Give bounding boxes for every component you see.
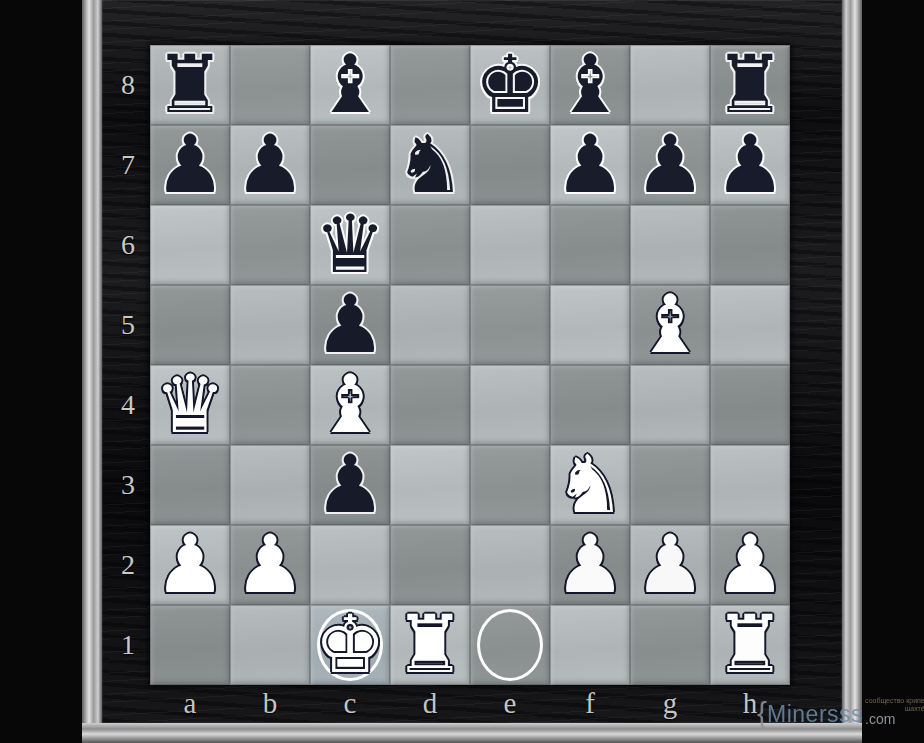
- white-bishop[interactable]: ♝: [630, 285, 710, 365]
- square-e8[interactable]: ♚: [470, 45, 550, 125]
- file-label-e: e: [470, 684, 550, 722]
- white-pawn[interactable]: ♟: [230, 525, 310, 605]
- file-label-a: a: [150, 684, 230, 722]
- black-pawn[interactable]: ♟: [230, 125, 310, 205]
- white-queen[interactable]: ♛: [150, 365, 230, 445]
- square-f3[interactable]: ♞: [550, 445, 630, 525]
- square-b5[interactable]: [230, 285, 310, 365]
- square-h7[interactable]: ♟: [710, 125, 790, 205]
- black-rook[interactable]: ♜: [710, 45, 790, 125]
- square-b1[interactable]: [230, 605, 310, 685]
- square-c5[interactable]: ♟: [310, 285, 390, 365]
- square-a5[interactable]: [150, 285, 230, 365]
- white-pawn[interactable]: ♟: [630, 525, 710, 605]
- watermark-site-tld: .com: [865, 713, 895, 726]
- square-e7[interactable]: [470, 125, 550, 205]
- white-bishop[interactable]: ♝: [310, 365, 390, 445]
- rank-label-7: 7: [110, 125, 146, 205]
- square-e2[interactable]: [470, 525, 550, 605]
- black-pawn[interactable]: ♟: [310, 285, 390, 365]
- square-d2[interactable]: [390, 525, 470, 605]
- square-c6[interactable]: ♛: [310, 205, 390, 285]
- rank-label-8: 8: [110, 45, 146, 125]
- square-f6[interactable]: [550, 205, 630, 285]
- square-g5[interactable]: ♝: [630, 285, 710, 365]
- square-c3[interactable]: ♟: [310, 445, 390, 525]
- black-pawn[interactable]: ♟: [550, 125, 630, 205]
- square-f4[interactable]: [550, 365, 630, 445]
- rank-label-3: 3: [110, 445, 146, 525]
- square-b2[interactable]: ♟: [230, 525, 310, 605]
- file-label-f: f: [550, 684, 630, 722]
- square-g1[interactable]: [630, 605, 710, 685]
- rank-label-6: 6: [110, 205, 146, 285]
- square-f2[interactable]: ♟: [550, 525, 630, 605]
- file-labels: abcdefgh: [150, 684, 790, 722]
- black-rook[interactable]: ♜: [150, 45, 230, 125]
- rank-labels: 87654321: [110, 45, 146, 685]
- chess-board[interactable]: ♜♝♚♝♜♟♟♞♟♟♟♛♟♝♛♝♟♞♟♟♟♟♟♚♜♜: [150, 45, 790, 685]
- black-bishop[interactable]: ♝: [550, 45, 630, 125]
- square-g7[interactable]: ♟: [630, 125, 710, 205]
- square-g3[interactable]: [630, 445, 710, 525]
- square-e6[interactable]: [470, 205, 550, 285]
- square-e4[interactable]: [470, 365, 550, 445]
- white-rook[interactable]: ♜: [390, 605, 470, 685]
- square-c2[interactable]: [310, 525, 390, 605]
- square-b3[interactable]: [230, 445, 310, 525]
- white-pawn[interactable]: ♟: [710, 525, 790, 605]
- square-f7[interactable]: ♟: [550, 125, 630, 205]
- square-f8[interactable]: ♝: [550, 45, 630, 125]
- black-pawn[interactable]: ♟: [310, 445, 390, 525]
- rank-label-5: 5: [110, 285, 146, 365]
- white-pawn[interactable]: ♟: [550, 525, 630, 605]
- square-h1[interactable]: ♜: [710, 605, 790, 685]
- square-c7[interactable]: [310, 125, 390, 205]
- black-bishop[interactable]: ♝: [310, 45, 390, 125]
- rank-label-1: 1: [110, 605, 146, 685]
- frame-metal-left-edge: [82, 0, 102, 743]
- square-a2[interactable]: ♟: [150, 525, 230, 605]
- black-pawn[interactable]: ♟: [710, 125, 790, 205]
- watermark-tagline-2: шахтёров: [905, 705, 924, 713]
- square-h4[interactable]: [710, 365, 790, 445]
- frame-metal-right-edge: [842, 0, 862, 743]
- black-pawn[interactable]: ♟: [150, 125, 230, 205]
- square-f1[interactable]: [550, 605, 630, 685]
- square-a6[interactable]: [150, 205, 230, 285]
- black-queen[interactable]: ♛: [310, 205, 390, 285]
- square-h8[interactable]: ♜: [710, 45, 790, 125]
- square-b7[interactable]: ♟: [230, 125, 310, 205]
- square-h5[interactable]: [710, 285, 790, 365]
- square-e3[interactable]: [470, 445, 550, 525]
- square-d1[interactable]: ♜: [390, 605, 470, 685]
- white-rook[interactable]: ♜: [710, 605, 790, 685]
- square-d4[interactable]: [390, 365, 470, 445]
- rank-label-4: 4: [110, 365, 146, 445]
- square-h6[interactable]: [710, 205, 790, 285]
- square-d3[interactable]: [390, 445, 470, 525]
- rank-label-2: 2: [110, 525, 146, 605]
- square-g6[interactable]: [630, 205, 710, 285]
- white-pawn[interactable]: ♟: [150, 525, 230, 605]
- file-label-g: g: [630, 684, 710, 722]
- square-e1[interactable]: [470, 605, 550, 685]
- watermark-brace-open: {: [757, 699, 767, 726]
- square-a7[interactable]: ♟: [150, 125, 230, 205]
- square-d7[interactable]: ♞: [390, 125, 470, 205]
- square-h3[interactable]: [710, 445, 790, 525]
- white-knight[interactable]: ♞: [550, 445, 630, 525]
- square-g2[interactable]: ♟: [630, 525, 710, 605]
- square-g8[interactable]: [630, 45, 710, 125]
- last-move-circle-e1: [477, 609, 543, 681]
- black-king[interactable]: ♚: [470, 45, 550, 125]
- square-d6[interactable]: [390, 205, 470, 285]
- square-f5[interactable]: [550, 285, 630, 365]
- square-b4[interactable]: [230, 365, 310, 445]
- white-king[interactable]: ♚: [310, 605, 390, 685]
- watermark-site-name: Minersss: [767, 704, 863, 726]
- square-c8[interactable]: ♝: [310, 45, 390, 125]
- square-a4[interactable]: ♛: [150, 365, 230, 445]
- square-h2[interactable]: ♟: [710, 525, 790, 605]
- square-d5[interactable]: [390, 285, 470, 365]
- square-b8[interactable]: [230, 45, 310, 125]
- square-a3[interactable]: [150, 445, 230, 525]
- square-e5[interactable]: [470, 285, 550, 365]
- frame-metal-bottom-edge: [82, 723, 862, 743]
- black-pawn[interactable]: ♟: [630, 125, 710, 205]
- square-a8[interactable]: ♜: [150, 45, 230, 125]
- watermark: { Minersss сообщество криперов шахтёров …: [757, 697, 924, 726]
- square-c1[interactable]: ♚: [310, 605, 390, 685]
- square-g4[interactable]: [630, 365, 710, 445]
- square-c4[interactable]: ♝: [310, 365, 390, 445]
- watermark-tagline-1: сообщество криперов: [865, 697, 924, 705]
- black-knight[interactable]: ♞: [390, 125, 470, 205]
- file-label-b: b: [230, 684, 310, 722]
- square-d8[interactable]: [390, 45, 470, 125]
- square-b6[interactable]: [230, 205, 310, 285]
- square-a1[interactable]: [150, 605, 230, 685]
